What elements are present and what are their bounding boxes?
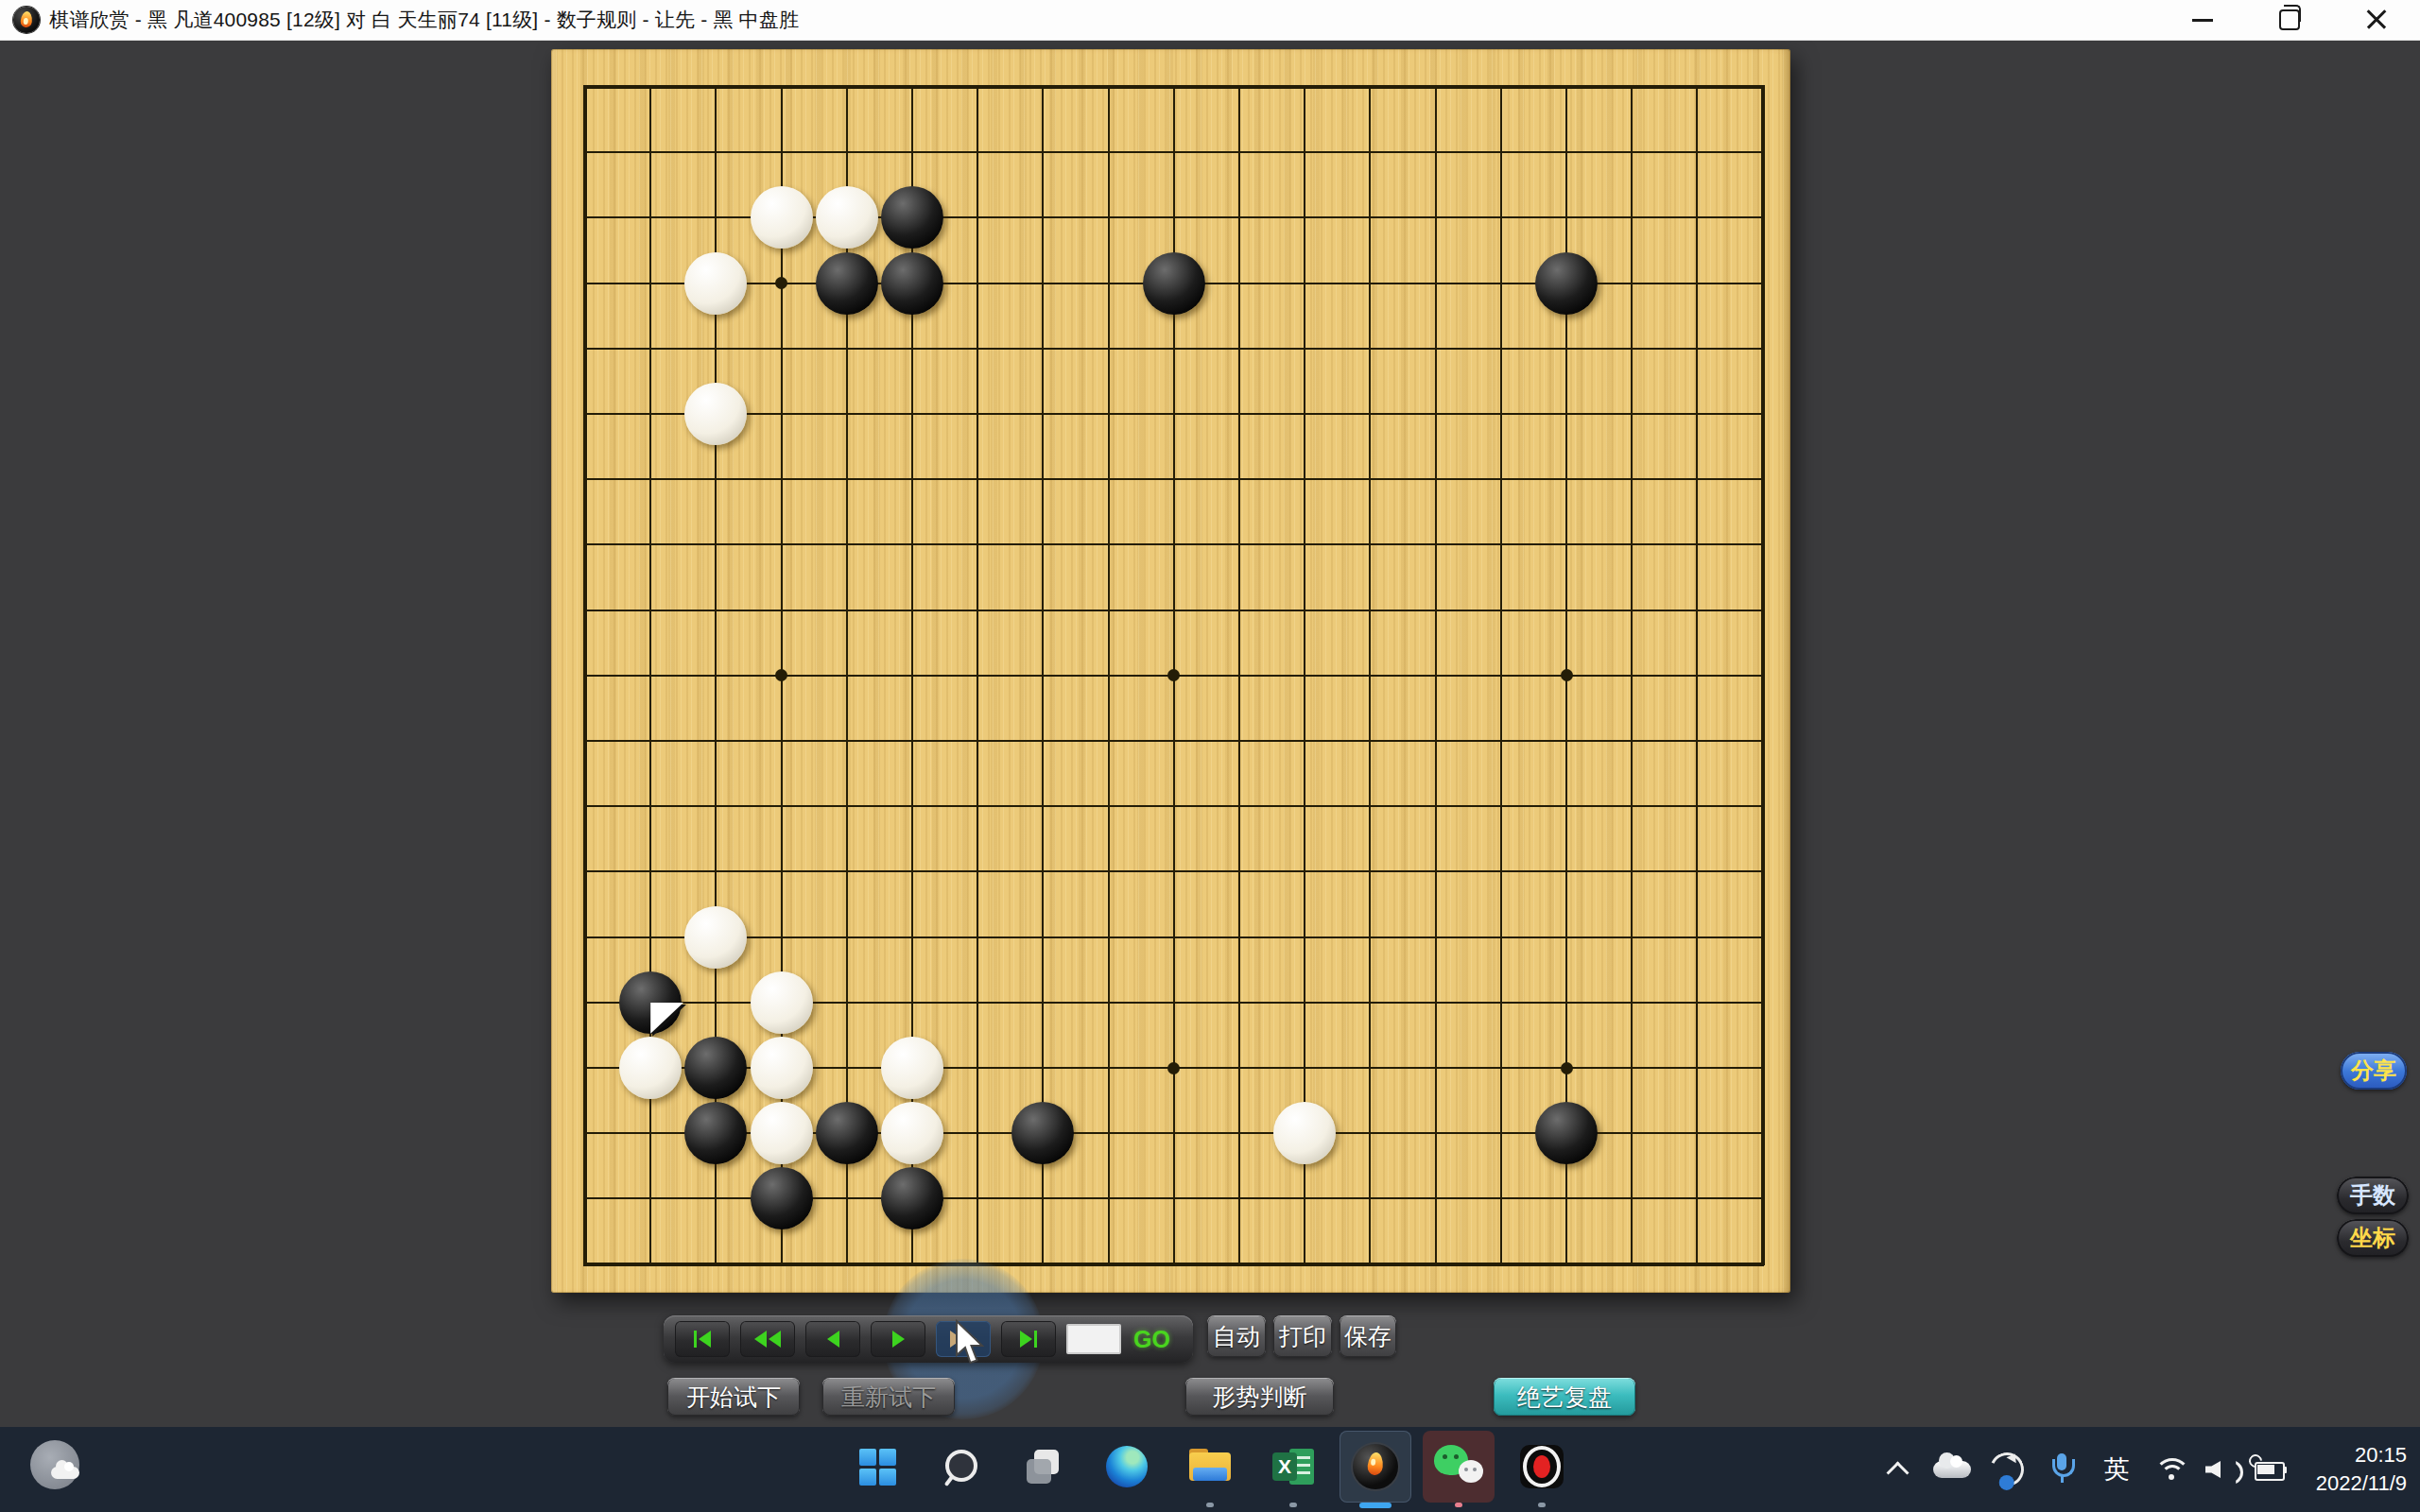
save-button[interactable]: 保存	[1340, 1315, 1396, 1357]
restore-icon	[2279, 9, 2300, 30]
star-point	[1561, 669, 1573, 681]
go-button[interactable]: GO	[1133, 1326, 1170, 1353]
star-point	[1167, 1062, 1180, 1074]
grid-line-horizontal	[583, 870, 1764, 872]
stone-K16	[1143, 252, 1205, 315]
chevron-up-icon	[1886, 1461, 1909, 1484]
star-point	[775, 669, 787, 681]
grid-line-horizontal	[583, 1263, 1764, 1266]
stone-F2	[881, 1167, 943, 1229]
go-app-button[interactable]	[1340, 1431, 1411, 1503]
stone-F4	[881, 1037, 943, 1099]
first-move-button[interactable]	[675, 1321, 730, 1357]
next-icon	[892, 1331, 905, 1348]
clock[interactable]: 20:15 2022/11/9	[2303, 1441, 2407, 1498]
skip-start-icon	[694, 1331, 697, 1348]
battery-tray-button[interactable]	[2244, 1427, 2293, 1512]
grid-line-vertical	[1435, 85, 1437, 1265]
stone-E17	[816, 186, 878, 249]
battery-icon	[2251, 1460, 2287, 1479]
window-controls	[2159, 0, 2420, 40]
stone-D3	[751, 1102, 813, 1164]
search-button[interactable]	[925, 1431, 996, 1503]
sync-icon	[1985, 1448, 2029, 1491]
stone-C3	[684, 1102, 747, 1164]
sync-tray-button[interactable]	[1979, 1427, 2034, 1512]
stone-C4	[684, 1037, 747, 1099]
search-icon	[942, 1448, 979, 1486]
close-button[interactable]	[2333, 0, 2420, 40]
recorder-running-dot	[1538, 1503, 1546, 1507]
stone-B4	[619, 1037, 682, 1099]
wifi-tray-button[interactable]	[2144, 1427, 2199, 1512]
grid-line-vertical	[1304, 85, 1305, 1265]
minimize-button[interactable]	[2159, 0, 2246, 40]
excel-button[interactable]: X	[1257, 1431, 1329, 1503]
system-tray: 英 20:15 2022/11/9	[1870, 1427, 2420, 1512]
microphone-icon	[2051, 1453, 2072, 1486]
next-move-button[interactable]	[871, 1321, 925, 1357]
go-app-active-bar	[1359, 1503, 1391, 1508]
edge-browser-button[interactable]	[1091, 1431, 1163, 1503]
cloud-icon	[51, 1467, 79, 1479]
move-number-input[interactable]	[1066, 1324, 1121, 1354]
minimize-icon	[2192, 19, 2213, 22]
print-button[interactable]: 打印	[1273, 1315, 1332, 1357]
taskbar: X 英 20:15 2022/11/9	[0, 1427, 2420, 1512]
excel-running-dot	[1289, 1503, 1297, 1507]
stone-M3	[1273, 1102, 1336, 1164]
task-view-icon	[1025, 1448, 1063, 1486]
edge-icon	[1106, 1446, 1148, 1487]
stone-F3	[881, 1102, 943, 1164]
stone-Q16	[1535, 252, 1598, 315]
restore-button[interactable]	[2246, 0, 2333, 40]
clock-date: 2022/11/9	[2316, 1469, 2407, 1498]
trial-reset-button[interactable]: 重新试下	[822, 1378, 955, 1416]
grid-line-horizontal	[583, 740, 1764, 742]
trial-start-button[interactable]: 开始试下	[667, 1378, 800, 1416]
title-bar: 棋谱欣赏 - 黑 凡道400985 [12级] 对 白 天生丽74 [11级] …	[0, 0, 2420, 41]
share-button[interactable]: 分享	[2341, 1052, 2407, 1090]
stone-C14	[684, 383, 747, 445]
stone-C16	[684, 252, 747, 315]
star-point	[1167, 669, 1180, 681]
mouse-cursor	[954, 1319, 986, 1368]
grid-line-vertical	[1761, 85, 1765, 1265]
start-button[interactable]	[841, 1431, 913, 1503]
stone-D5	[751, 971, 813, 1034]
last-move-button[interactable]	[1001, 1321, 1056, 1357]
grid-line-vertical	[1238, 85, 1240, 1265]
grid-line-vertical	[1631, 85, 1633, 1265]
stone-E3	[816, 1102, 878, 1164]
go-board[interactable]	[551, 49, 1790, 1293]
onedrive-tray-button[interactable]	[1925, 1427, 1979, 1512]
file-explorer-button[interactable]	[1174, 1431, 1246, 1503]
skip-end-icon	[1020, 1331, 1032, 1348]
move-numbers-button[interactable]: 手数	[2337, 1177, 2409, 1214]
stone-D17	[751, 186, 813, 249]
recorder-button[interactable]	[1506, 1431, 1578, 1503]
flame-icon	[20, 10, 33, 27]
rewind-icon	[754, 1331, 767, 1348]
prev-icon	[827, 1331, 839, 1348]
auto-play-button[interactable]: 自动	[1207, 1315, 1266, 1357]
stone-F17	[881, 186, 943, 249]
last-move-marker	[650, 1003, 685, 1036]
position-judge-button[interactable]: 形势判断	[1185, 1378, 1334, 1416]
close-icon	[2366, 9, 2387, 30]
go-app-icon	[1353, 1444, 1398, 1489]
record-icon	[1520, 1445, 1564, 1488]
star-point	[775, 277, 787, 289]
explorer-running-dot	[1206, 1503, 1214, 1507]
excel-icon: X	[1272, 1447, 1314, 1486]
prev-move-button[interactable]	[805, 1321, 860, 1357]
app-logo-icon	[13, 7, 40, 33]
wifi-icon	[2153, 1456, 2189, 1483]
star-point	[1561, 1062, 1573, 1074]
stone-Q3	[1535, 1102, 1598, 1164]
stone-C6	[684, 906, 747, 969]
task-view-button[interactable]	[1008, 1431, 1080, 1503]
grid-line-horizontal	[583, 805, 1764, 807]
stone-D4	[751, 1037, 813, 1099]
stone-H3	[1011, 1102, 1074, 1164]
wechat-running-dot	[1455, 1503, 1462, 1507]
ime-indicator[interactable]: 英	[2089, 1427, 2144, 1512]
stone-F16	[881, 252, 943, 315]
stone-E16	[816, 252, 878, 315]
tray-expand-button[interactable]	[1870, 1427, 1925, 1512]
clock-time: 20:15	[2355, 1441, 2407, 1469]
stone-D2	[751, 1167, 813, 1229]
grid-line-vertical	[1696, 85, 1698, 1265]
onedrive-cloud-icon	[1933, 1461, 1971, 1478]
grid-line-vertical	[1500, 85, 1502, 1265]
volume-tray-button[interactable]	[2199, 1427, 2244, 1512]
window-title: 棋谱欣赏 - 黑 凡道400985 [12级] 对 白 天生丽74 [11级] …	[49, 7, 799, 33]
weather-widget[interactable]	[30, 1440, 83, 1493]
volume-icon	[2205, 1456, 2238, 1483]
coordinates-button[interactable]: 坐标	[2337, 1219, 2409, 1257]
ai-review-button[interactable]: 绝艺复盘	[1494, 1378, 1635, 1416]
wechat-icon	[1434, 1445, 1483, 1488]
fast-rewind-button[interactable]	[740, 1321, 795, 1357]
wechat-button[interactable]	[1423, 1431, 1495, 1503]
replay-toolbar: GO	[664, 1315, 1193, 1363]
grid-line-vertical	[1369, 85, 1371, 1265]
grid-line-horizontal	[583, 936, 1764, 938]
windows-logo-icon	[859, 1449, 896, 1486]
microphone-tray-button[interactable]	[2034, 1427, 2089, 1512]
file-explorer-icon	[1189, 1449, 1231, 1485]
